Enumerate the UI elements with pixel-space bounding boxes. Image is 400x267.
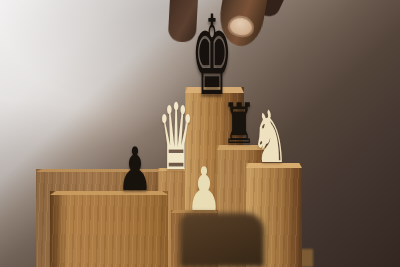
chess-photo: ♛ ♜ ♞ ♟ ♟ ♚ [0,0,400,267]
foreground-dark-block [180,213,264,267]
black-king-piece: ♚ [189,1,235,111]
white-pawn-piece: ♟ [185,159,224,219]
black-pawn-piece: ♟ [116,139,155,199]
white-knight-piece: ♞ [249,101,291,173]
